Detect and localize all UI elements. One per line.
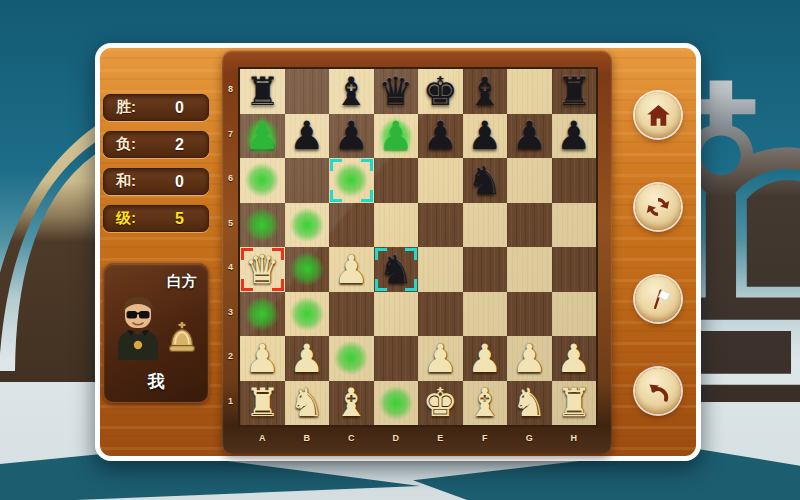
square-b1[interactable]: ♞ — [285, 381, 330, 426]
file-label-F: F — [463, 433, 508, 447]
rank-label-7: 7 — [225, 112, 236, 157]
square-h8[interactable]: ♜ — [552, 69, 597, 114]
square-c8[interactable]: ♝ — [329, 69, 374, 114]
square-b5[interactable] — [285, 203, 330, 248]
white-pawn[interactable]: ♟ — [463, 336, 508, 381]
square-f8[interactable]: ♝ — [463, 69, 508, 114]
square-b4[interactable] — [285, 247, 330, 292]
square-a8[interactable]: ♜ — [240, 69, 285, 114]
square-b8[interactable] — [285, 69, 330, 114]
legal-move-hint — [334, 341, 368, 375]
square-c7[interactable]: ♟ — [329, 114, 374, 159]
square-a4[interactable]: ♛ — [240, 247, 285, 292]
square-d7[interactable]: ♟ — [374, 114, 419, 159]
square-c1[interactable]: ♝ — [329, 381, 374, 426]
square-h6[interactable] — [552, 158, 597, 203]
player-side-label: 白方 — [167, 272, 197, 291]
white-pawn[interactable]: ♟ — [507, 336, 552, 381]
black-pawn[interactable]: ♟ — [463, 114, 508, 159]
white-pawn[interactable]: ♟ — [285, 336, 330, 381]
square-d8[interactable]: ♛ — [374, 69, 419, 114]
black-pawn[interactable]: ♟ — [240, 114, 285, 159]
black-rook[interactable]: ♜ — [552, 69, 597, 114]
white-pawn[interactable]: ♟ — [552, 336, 597, 381]
square-a7[interactable]: ♟ — [240, 114, 285, 159]
square-d1[interactable] — [374, 381, 419, 426]
square-f4[interactable] — [463, 247, 508, 292]
rank-label-3: 3 — [225, 290, 236, 335]
square-g7[interactable]: ♟ — [507, 114, 552, 159]
square-e3[interactable] — [418, 292, 463, 337]
square-g2[interactable]: ♟ — [507, 336, 552, 381]
square-a3[interactable] — [240, 292, 285, 337]
black-queen[interactable]: ♛ — [374, 69, 419, 114]
rank-label-2: 2 — [225, 334, 236, 379]
white-bishop[interactable]: ♝ — [329, 381, 374, 426]
file-label-B: B — [285, 433, 330, 447]
legal-move-hint — [290, 297, 324, 331]
square-c2[interactable] — [329, 336, 374, 381]
black-pawn[interactable]: ♟ — [374, 114, 419, 159]
file-label-C: C — [329, 433, 374, 447]
square-b2[interactable]: ♟ — [285, 336, 330, 381]
square-f5[interactable] — [463, 203, 508, 248]
player-avatar — [112, 292, 164, 360]
file-label-E: E — [418, 433, 463, 447]
board-squares[interactable]: ♜♝♛♚♝♜♟♟♟♟♟♟♟♟♞♛♟♞♟♟♟♟♟♟♜♞♝♚♝♞♜ — [238, 67, 598, 427]
square-f3[interactable] — [463, 292, 508, 337]
square-h1[interactable]: ♜ — [552, 381, 597, 426]
square-d2[interactable] — [374, 336, 419, 381]
square-e4[interactable] — [418, 247, 463, 292]
last-move-marker — [375, 248, 418, 291]
level-row: 级: 5 — [103, 205, 209, 232]
square-e7[interactable]: ♟ — [418, 114, 463, 159]
white-pawn[interactable]: ♟ — [329, 247, 374, 292]
square-f1[interactable]: ♝ — [463, 381, 508, 426]
white-rook[interactable]: ♜ — [552, 381, 597, 426]
white-king[interactable]: ♚ — [418, 381, 463, 426]
losses-label: 负: — [116, 135, 136, 154]
square-b3[interactable] — [285, 292, 330, 337]
square-f2[interactable]: ♟ — [463, 336, 508, 381]
draws-row: 和: 0 — [103, 168, 209, 195]
square-g8[interactable] — [507, 69, 552, 114]
losses-row: 负: 2 — [103, 131, 209, 158]
white-rook[interactable]: ♜ — [240, 381, 285, 426]
square-e6[interactable] — [418, 158, 463, 203]
file-label-G: G — [507, 433, 552, 447]
black-rook[interactable]: ♜ — [240, 69, 285, 114]
square-b6[interactable] — [285, 158, 330, 203]
square-f6[interactable]: ♞ — [463, 158, 508, 203]
square-g1[interactable]: ♞ — [507, 381, 552, 426]
square-g3[interactable] — [507, 292, 552, 337]
player-name: 我 — [104, 370, 208, 393]
white-bishop[interactable]: ♝ — [463, 381, 508, 426]
legal-move-hint — [245, 163, 279, 197]
losses-value: 2 — [175, 136, 184, 154]
black-knight[interactable]: ♞ — [463, 158, 508, 203]
square-d4[interactable]: ♞ — [374, 247, 419, 292]
legal-move-hint — [245, 208, 279, 242]
white-king-crown-icon — [165, 322, 199, 354]
legal-move-hint — [379, 386, 413, 420]
file-label-H: H — [552, 433, 597, 447]
rank-label-6: 6 — [225, 156, 236, 201]
rank-label-1: 1 — [225, 379, 236, 424]
draws-label: 和: — [116, 172, 136, 191]
square-c4[interactable]: ♟ — [329, 247, 374, 292]
square-d5[interactable] — [374, 203, 419, 248]
square-e1[interactable]: ♚ — [418, 381, 463, 426]
square-a5[interactable] — [240, 203, 285, 248]
rank-labels: 87654321 — [225, 67, 236, 423]
black-pawn[interactable]: ♟ — [285, 114, 330, 159]
square-h3[interactable] — [552, 292, 597, 337]
black-bishop[interactable]: ♝ — [329, 69, 374, 114]
square-g5[interactable] — [507, 203, 552, 248]
level-label: 级: — [116, 209, 136, 228]
wins-value: 0 — [175, 99, 184, 117]
rank-label-4: 4 — [225, 245, 236, 290]
legal-move-hint — [290, 208, 324, 242]
rank-label-8: 8 — [225, 67, 236, 112]
square-c3[interactable] — [329, 292, 374, 337]
square-h5[interactable] — [552, 203, 597, 248]
square-h7[interactable]: ♟ — [552, 114, 597, 159]
player-panel: 白方 我 — [103, 263, 209, 403]
black-pawn[interactable]: ♟ — [329, 114, 374, 159]
chess-board: 87654321 ♜♝♛♚♝♜♟♟♟♟♟♟♟♟♞♛♟♞♟♟♟♟♟♟♜♞♝♚♝♞♜… — [222, 50, 612, 454]
wins-row: 胜: 0 — [103, 94, 209, 121]
square-c6[interactable] — [329, 158, 374, 203]
square-b7[interactable]: ♟ — [285, 114, 330, 159]
restart-icon — [644, 193, 672, 221]
score-panel: 胜: 0 负: 2 和: 0 级: 5 — [103, 94, 209, 242]
square-a2[interactable]: ♟ — [240, 336, 285, 381]
app-window: 胜: 0 负: 2 和: 0 级: 5 白方 — [95, 43, 701, 461]
square-g6[interactable] — [507, 158, 552, 203]
square-c5[interactable] — [329, 203, 374, 248]
square-h2[interactable]: ♟ — [552, 336, 597, 381]
undo-button[interactable] — [635, 368, 681, 414]
last-move-marker — [330, 159, 373, 202]
home-icon — [645, 102, 672, 129]
black-pawn[interactable]: ♟ — [507, 114, 552, 159]
legal-move-hint — [290, 252, 324, 286]
square-a6[interactable] — [240, 158, 285, 203]
legal-move-hint — [245, 297, 279, 331]
black-pawn[interactable]: ♟ — [552, 114, 597, 159]
surrender-flag-icon — [644, 285, 672, 313]
white-pawn[interactable]: ♟ — [240, 336, 285, 381]
square-f7[interactable]: ♟ — [463, 114, 508, 159]
black-pawn[interactable]: ♟ — [418, 114, 463, 159]
square-e8[interactable]: ♚ — [418, 69, 463, 114]
file-label-A: A — [240, 433, 285, 447]
selected-square-marker — [241, 248, 284, 291]
black-king[interactable]: ♚ — [418, 69, 463, 114]
rank-label-5: 5 — [225, 201, 236, 246]
white-knight[interactable]: ♞ — [285, 381, 330, 426]
home-button[interactable] — [635, 92, 681, 138]
square-d3[interactable] — [374, 292, 419, 337]
file-label-D: D — [374, 433, 419, 447]
undo-icon — [644, 377, 672, 405]
square-e5[interactable] — [418, 203, 463, 248]
square-g4[interactable] — [507, 247, 552, 292]
square-e2[interactable]: ♟ — [418, 336, 463, 381]
wins-label: 胜: — [116, 98, 136, 117]
surrender-button[interactable] — [635, 276, 681, 322]
square-a1[interactable]: ♜ — [240, 381, 285, 426]
restart-button[interactable] — [635, 184, 681, 230]
draws-value: 0 — [175, 173, 184, 191]
square-h4[interactable] — [552, 247, 597, 292]
square-d6[interactable] — [374, 158, 419, 203]
black-bishop[interactable]: ♝ — [463, 69, 508, 114]
level-value: 5 — [175, 210, 184, 228]
white-pawn[interactable]: ♟ — [418, 336, 463, 381]
file-labels: ABCDEFGH — [240, 433, 596, 447]
white-knight[interactable]: ♞ — [507, 381, 552, 426]
